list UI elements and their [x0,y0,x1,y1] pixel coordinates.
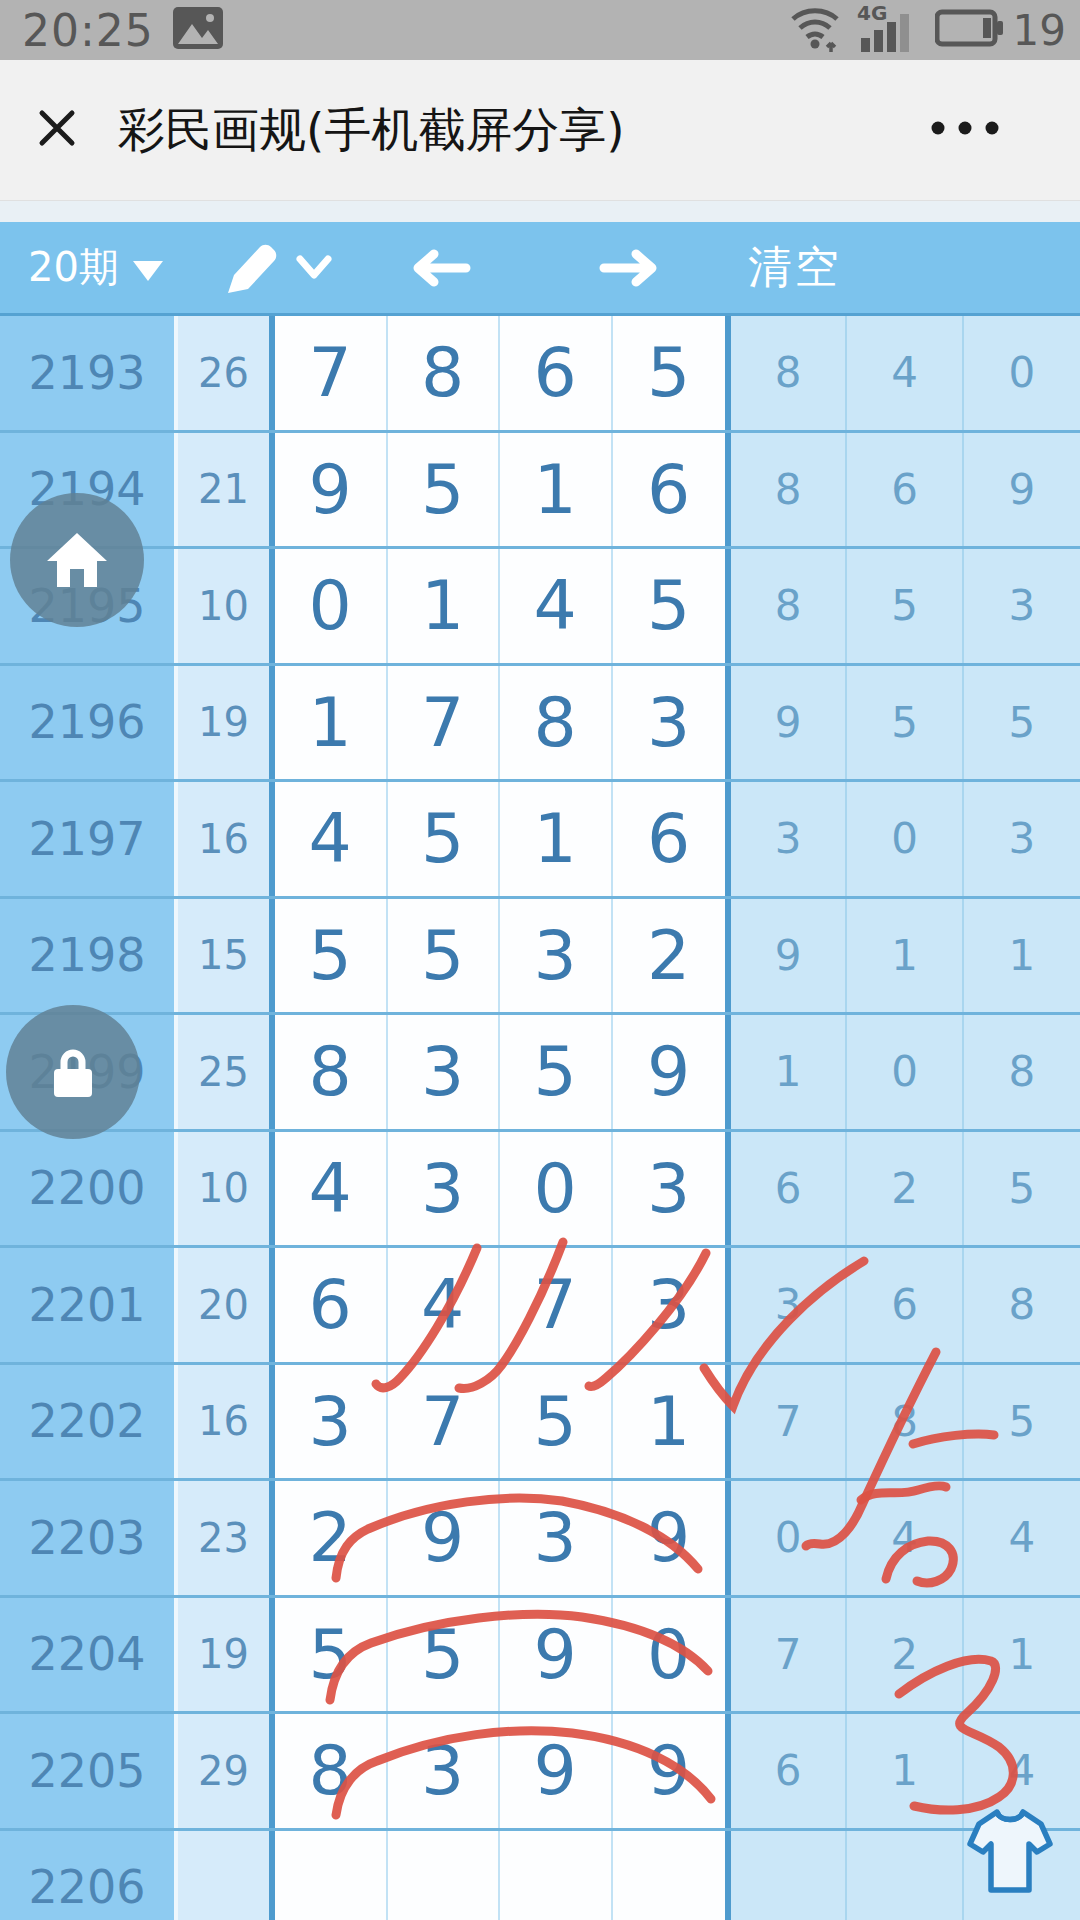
title-bar: 彩民画规(手机截屏分享) [0,60,1080,201]
main-digit-cell: 8 [275,1714,388,1828]
main-digits-group: 3751 [269,1365,731,1479]
period-dropdown[interactable]: 20期 [28,222,163,313]
chart-row: 2205298399614 [0,1714,1080,1831]
sum-cell: 16 [174,1365,269,1479]
period-cell: 2197 [0,782,174,896]
main-digit-cell: 0 [275,549,388,663]
extra-digit-cell: 1 [964,1598,1080,1712]
chart-row: 2203232939044 [0,1481,1080,1598]
main-digit-cell: 4 [388,1248,501,1362]
extra-digit-cell: 2 [847,1132,963,1246]
main-digits-group: 8359 [269,1015,731,1129]
extra-digits-group: 368 [731,1248,1080,1362]
main-digit-cell: 9 [275,433,388,547]
sum-cell: 15 [174,899,269,1013]
main-digits-group: 9516 [269,433,731,547]
chart-row: 2193267865840 [0,316,1080,433]
battery-percent: 19 [1013,6,1066,55]
main-digit-cell: 9 [500,1714,613,1828]
extra-digit-cell: 7 [731,1365,847,1479]
main-digit-cell: 3 [275,1365,388,1479]
main-digit-cell: 7 [275,316,388,430]
extra-digit-cell: 9 [964,433,1080,547]
extra-digits-group: 869 [731,433,1080,547]
sum-cell: 25 [174,1015,269,1129]
extra-digits-group: 911 [731,899,1080,1013]
main-digits-group: 7865 [269,316,731,430]
chart-row: 2201206473368 [0,1248,1080,1365]
main-digit-cell: 7 [388,1365,501,1479]
wifi-icon [787,3,843,57]
main-digit-cell: 4 [500,549,613,663]
extra-digit-cell: 5 [847,666,963,780]
period-cell: 2202 [0,1365,174,1479]
extra-digit-cell: 1 [847,1714,963,1828]
main-digit-cell: 2 [275,1481,388,1595]
main-digit-cell: 5 [613,316,726,430]
period-cell: 2193 [0,316,174,430]
status-time: 20:25 [22,5,154,56]
chart-row: 2204195590721 [0,1598,1080,1715]
extra-digit-cell: 4 [847,1481,963,1595]
extra-digit-cell: 5 [847,549,963,663]
extra-digit-cell: 9 [731,899,847,1013]
extra-digit-cell: 5 [964,666,1080,780]
extra-digit-cell: 5 [964,1132,1080,1246]
main-digit-cell: 0 [613,1598,726,1712]
extra-digit-cell: 4 [964,1481,1080,1595]
sum-cell: 23 [174,1481,269,1595]
main-digit-cell: 7 [500,1248,613,1362]
extra-digit-cell: 6 [847,1248,963,1362]
main-digit-cell: 9 [388,1481,501,1595]
main-digit-cell: 1 [613,1365,726,1479]
main-digit-cell: 5 [388,899,501,1013]
main-digit-cell: 9 [500,1598,613,1712]
sum-cell: 21 [174,433,269,547]
main-digit-cell: 3 [613,1132,726,1246]
period-cell: 2201 [0,1248,174,1362]
extra-digit-cell: 0 [964,316,1080,430]
extra-digit-cell: 3 [964,549,1080,663]
main-digit-cell: 7 [388,666,501,780]
pen-chevron-icon [300,259,328,275]
prev-arrow-button[interactable] [408,222,472,313]
page-title: 彩民画规(手机截屏分享) [118,99,625,162]
main-digit-cell [388,1831,501,1920]
main-digits-group: 0145 [269,549,731,663]
gallery-icon [172,6,224,54]
chart-row: 2198155532911 [0,899,1080,1016]
status-bar: 20:25 4G [0,0,1080,60]
sum-cell [174,1831,269,1920]
main-digit-cell: 5 [388,782,501,896]
main-digits-group: 1783 [269,666,731,780]
main-digit-cell: 3 [388,1015,501,1129]
period-cell: 2198 [0,899,174,1013]
close-icon[interactable] [36,107,78,153]
main-digit-cell: 4 [275,1132,388,1246]
period-cell: 2205 [0,1714,174,1828]
sum-cell: 26 [174,316,269,430]
chart-toolbar: 20期 清空 [0,222,1080,313]
battery-icon [935,8,1005,52]
lock-floating-button[interactable] [6,1005,140,1139]
sum-cell: 19 [174,1598,269,1712]
sum-cell: 19 [174,666,269,780]
main-digit-cell: 5 [275,899,388,1013]
theme-tshirt-button[interactable] [966,1804,1054,1900]
main-digit-cell: 2 [613,899,726,1013]
trend-chart-board[interactable]: 2193267865840219421951686921951001458532… [0,313,1080,1920]
main-digit-cell [500,1831,613,1920]
extra-digit-cell: 4 [847,316,963,430]
period-cell: 2203 [0,1481,174,1595]
next-arrow-button[interactable] [598,222,662,313]
period-cell: 2206 [0,1831,174,1920]
period-dropdown-label: 20期 [28,240,119,295]
main-digits-group: 2939 [269,1481,731,1595]
extra-digit-cell: 5 [964,1365,1080,1479]
extra-digit-cell: 8 [731,433,847,547]
chart-row: 2196191783955 [0,666,1080,783]
main-digit-cell: 3 [388,1714,501,1828]
main-digit-cell: 1 [500,782,613,896]
main-digit-cell: 9 [613,1714,726,1828]
extra-digit-cell: 1 [847,899,963,1013]
chart-row: 2197164516303 [0,782,1080,899]
extra-digits-group: 840 [731,316,1080,430]
main-digit-cell: 1 [388,549,501,663]
period-cell: 2200 [0,1132,174,1246]
extra-digit-cell: 8 [731,316,847,430]
main-digits-group: 6473 [269,1248,731,1362]
main-digit-cell [275,1831,388,1920]
extra-digit-cell: 9 [731,666,847,780]
extra-digit-cell: 3 [731,782,847,896]
extra-digit-cell: 0 [731,1481,847,1595]
main-digit-cell: 5 [500,1365,613,1479]
extra-digit-cell: 2 [847,1598,963,1712]
main-digit-cell: 3 [613,1248,726,1362]
extra-digit-cell: 8 [964,1248,1080,1362]
titlebar-divider [0,201,1080,222]
extra-digits-group: 108 [731,1015,1080,1129]
sum-cell: 20 [174,1248,269,1362]
period-cell: 2204 [0,1598,174,1712]
main-digit-cell: 8 [500,666,613,780]
chart-row: 2194219516869 [0,433,1080,550]
extra-digit-cell [731,1831,847,1920]
extra-digit-cell: 1 [731,1015,847,1129]
svg-text:4G: 4G [857,2,887,25]
home-floating-button[interactable] [10,493,144,627]
sum-cell: 29 [174,1714,269,1828]
period-cell: 2196 [0,666,174,780]
chart-row: 2202163751785 [0,1365,1080,1482]
lock-icon [47,1044,99,1100]
extra-digit-cell: 0 [847,1015,963,1129]
extra-digit-cell [847,1831,963,1920]
extra-digits-group: 955 [731,666,1080,780]
main-digit-cell: 5 [500,1015,613,1129]
main-digit-cell: 3 [388,1132,501,1246]
main-digit-cell: 5 [613,549,726,663]
extra-digits-group: 303 [731,782,1080,896]
main-digit-cell: 6 [613,433,726,547]
extra-digits-group: 721 [731,1598,1080,1712]
extra-digit-cell: 8 [731,549,847,663]
main-digit-cell: 4 [275,782,388,896]
extra-digits-group: 625 [731,1132,1080,1246]
tshirt-icon [966,1804,1054,1896]
chart-row: 2206 [0,1831,1080,1920]
signal-4g-icon: 4G [857,2,919,58]
extra-digit-cell: 3 [731,1248,847,1362]
extra-digits-group: 785 [731,1365,1080,1479]
clear-button[interactable]: 清空 [748,222,842,313]
extra-digit-cell: 6 [731,1132,847,1246]
extra-digit-cell: 6 [731,1714,847,1828]
extra-digit-cell: 8 [847,1365,963,1479]
main-digit-cell: 6 [275,1248,388,1362]
extra-digit-cell: 1 [964,899,1080,1013]
main-digit-cell: 3 [500,1481,613,1595]
main-digit-cell: 8 [275,1015,388,1129]
extra-digit-cell: 6 [847,433,963,547]
extra-digit-cell: 0 [847,782,963,896]
main-digit-cell: 1 [275,666,388,780]
main-digit-cell: 3 [613,666,726,780]
main-digit-cell: 9 [613,1481,726,1595]
extra-digits-group: 853 [731,549,1080,663]
main-digit-cell: 5 [388,433,501,547]
main-digits-group: 5590 [269,1598,731,1712]
main-digit-cell: 3 [500,899,613,1013]
sum-cell: 10 [174,549,269,663]
chart-row: 2200104303625 [0,1132,1080,1249]
main-digit-cell: 0 [500,1132,613,1246]
main-digit-cell: 5 [275,1598,388,1712]
main-digit-cell: 8 [388,316,501,430]
main-digits-group: 8399 [269,1714,731,1828]
main-digits-group [269,1831,731,1920]
main-digits-group: 4303 [269,1132,731,1246]
extra-digit-cell: 7 [731,1598,847,1712]
more-menu-icon[interactable] [928,120,1002,140]
sum-cell: 10 [174,1132,269,1246]
main-digit-cell: 6 [500,316,613,430]
main-digit-cell: 5 [388,1598,501,1712]
main-digits-group: 5532 [269,899,731,1013]
sum-cell: 16 [174,782,269,896]
extra-digit-cell: 8 [964,1015,1080,1129]
main-digit-cell: 1 [500,433,613,547]
pen-tool-button[interactable] [222,222,332,313]
main-digits-group: 4516 [269,782,731,896]
extra-digits-group: 044 [731,1481,1080,1595]
main-digit-cell [613,1831,726,1920]
extra-digit-cell: 3 [964,782,1080,896]
chart-row: 2195100145853 [0,549,1080,666]
clear-button-label: 清空 [748,238,842,297]
chart-row: 2199258359108 [0,1015,1080,1132]
chevron-down-icon [133,261,163,281]
main-digit-cell: 9 [613,1015,726,1129]
home-icon [45,531,109,589]
main-digit-cell: 6 [613,782,726,896]
